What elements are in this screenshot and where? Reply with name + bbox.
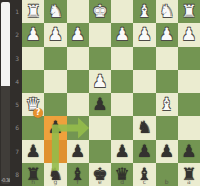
square-f1[interactable] xyxy=(67,0,89,23)
square-f3[interactable] xyxy=(67,47,89,70)
piece-bP[interactable]: ♟ xyxy=(92,96,107,113)
square-e5[interactable]: ♟ xyxy=(89,93,111,116)
piece-bR[interactable]: ♜ xyxy=(181,166,196,183)
square-h1[interactable]: ♜ xyxy=(22,0,44,23)
square-c6[interactable]: ♞ xyxy=(133,116,155,139)
square-f6[interactable] xyxy=(67,116,89,139)
square-e4[interactable]: ♟ xyxy=(89,70,111,93)
square-d8[interactable]: ♛ xyxy=(111,163,133,186)
square-e7[interactable] xyxy=(89,140,111,163)
square-b2[interactable]: ♟ xyxy=(156,23,178,46)
piece-bB[interactable]: ♝ xyxy=(137,166,152,183)
square-c3[interactable] xyxy=(133,47,155,70)
square-h8[interactable]: ♜ xyxy=(22,163,44,186)
square-g1[interactable]: ♞ xyxy=(44,0,66,23)
square-b5[interactable]: ♝ xyxy=(156,93,178,116)
piece-wN[interactable]: ♞ xyxy=(48,3,63,20)
rank-label-7: 7 xyxy=(11,140,21,163)
square-c1[interactable]: ♝ xyxy=(133,0,155,23)
square-a4[interactable] xyxy=(178,70,200,93)
rank-label-5: 5 xyxy=(11,93,21,116)
piece-wK[interactable]: ♚ xyxy=(92,3,107,20)
piece-wN[interactable]: ♞ xyxy=(159,3,174,20)
square-f7[interactable]: ♟ xyxy=(67,140,89,163)
square-g8[interactable]: ♞ xyxy=(44,163,66,186)
piece-wB[interactable]: ♝ xyxy=(159,96,174,113)
piece-bP[interactable]: ♟ xyxy=(70,143,85,160)
square-a7[interactable]: ♟ xyxy=(178,140,200,163)
square-c5[interactable] xyxy=(133,93,155,116)
piece-bP[interactable]: ♟ xyxy=(159,143,174,160)
square-a5[interactable] xyxy=(178,93,200,116)
rank-label-8: 8 xyxy=(11,163,21,186)
square-e8[interactable]: ♚ xyxy=(89,163,111,186)
piece-wP[interactable]: ♟ xyxy=(26,26,41,43)
rank-label-6: 6 xyxy=(11,116,21,139)
square-b7[interactable]: ♟ xyxy=(156,140,178,163)
piece-wP[interactable]: ♟ xyxy=(92,73,107,90)
square-c2[interactable]: ♟ xyxy=(133,23,155,46)
piece-wR[interactable]: ♜ xyxy=(181,3,196,20)
piece-wB[interactable]: ♝ xyxy=(137,3,152,20)
square-d2[interactable]: ♟ xyxy=(111,23,133,46)
piece-wP[interactable]: ♟ xyxy=(181,26,196,43)
square-d6[interactable] xyxy=(111,116,133,139)
square-h7[interactable]: ♟ xyxy=(22,140,44,163)
square-d4[interactable] xyxy=(111,70,133,93)
rank-label-1: 1 xyxy=(11,0,21,23)
square-g2[interactable]: ♟ xyxy=(44,23,66,46)
evaluation-bar: -0.38 xyxy=(1,2,10,184)
square-e1[interactable]: ♚ xyxy=(89,0,111,23)
square-d5[interactable] xyxy=(111,93,133,116)
piece-bP[interactable]: ♟ xyxy=(26,143,41,160)
square-g7[interactable] xyxy=(44,140,66,163)
rank-label-4: 4 xyxy=(11,70,21,93)
square-e2[interactable] xyxy=(89,23,111,46)
square-a3[interactable] xyxy=(178,47,200,70)
square-h4[interactable] xyxy=(22,70,44,93)
piece-bP[interactable]: ♟ xyxy=(48,119,63,136)
rank-coordinates: 12345678 xyxy=(11,0,21,186)
square-g5[interactable] xyxy=(44,93,66,116)
square-a1[interactable]: ♜ xyxy=(178,0,200,23)
square-h2[interactable]: ♟ xyxy=(22,23,44,46)
rank-label-2: 2 xyxy=(11,23,21,46)
piece-bN[interactable]: ♞ xyxy=(137,119,152,136)
piece-bP[interactable]: ♟ xyxy=(115,143,130,160)
square-c8[interactable]: ♝ xyxy=(133,163,155,186)
piece-wP[interactable]: ♟ xyxy=(115,26,130,43)
piece-wR[interactable]: ♜ xyxy=(26,3,41,20)
square-e6[interactable] xyxy=(89,116,111,139)
chess-analysis-board: -0.38 12345678 ♜♞♚♝♞♜♟♟♟♟♟♟♟♟♛♟♝♟♞♟♟♟♟♟♟… xyxy=(0,0,200,186)
piece-wP[interactable]: ♟ xyxy=(159,26,174,43)
square-c7[interactable]: ♟ xyxy=(133,140,155,163)
square-h3[interactable] xyxy=(22,47,44,70)
square-c4[interactable] xyxy=(133,70,155,93)
board-grid: ♜♞♚♝♞♜♟♟♟♟♟♟♟♟♛♟♝♟♞♟♟♟♟♟♟♜♞♝♚♛♝♜ xyxy=(22,0,200,186)
rank-label-3: 3 xyxy=(11,47,21,70)
square-a8[interactable]: ♜ xyxy=(178,163,200,186)
piece-wQ[interactable]: ♛ xyxy=(26,96,41,113)
piece-bR[interactable]: ♜ xyxy=(26,166,41,183)
evaluation-score: -0.38 xyxy=(1,178,10,183)
square-g6[interactable]: ♟ xyxy=(44,116,66,139)
piece-wP[interactable]: ♟ xyxy=(70,26,85,43)
square-b1[interactable]: ♞ xyxy=(156,0,178,23)
square-b3[interactable] xyxy=(156,47,178,70)
square-e3[interactable] xyxy=(89,47,111,70)
square-d7[interactable]: ♟ xyxy=(111,140,133,163)
square-g4[interactable] xyxy=(44,70,66,93)
square-d1[interactable] xyxy=(111,0,133,23)
square-b6[interactable] xyxy=(156,116,178,139)
square-b8[interactable] xyxy=(156,163,178,186)
square-f5[interactable] xyxy=(67,93,89,116)
square-h5[interactable]: ♛ xyxy=(22,93,44,116)
piece-bP[interactable]: ♟ xyxy=(137,143,152,160)
square-f2[interactable]: ♟ xyxy=(67,23,89,46)
square-f4[interactable] xyxy=(67,70,89,93)
square-a2[interactable]: ♟ xyxy=(178,23,200,46)
piece-wP[interactable]: ♟ xyxy=(137,26,152,43)
square-d3[interactable] xyxy=(111,47,133,70)
square-a6[interactable] xyxy=(178,116,200,139)
square-b4[interactable] xyxy=(156,70,178,93)
square-f8[interactable]: ♝ xyxy=(67,163,89,186)
piece-bK[interactable]: ♚ xyxy=(92,166,107,183)
piece-bB[interactable]: ♝ xyxy=(70,166,85,183)
piece-bP[interactable]: ♟ xyxy=(181,143,196,160)
square-h6[interactable] xyxy=(22,116,44,139)
piece-bQ[interactable]: ♛ xyxy=(115,166,130,183)
evaluation-bar-white-section xyxy=(1,2,10,86)
square-g3[interactable] xyxy=(44,47,66,70)
piece-wP[interactable]: ♟ xyxy=(48,26,63,43)
piece-bN[interactable]: ♞ xyxy=(48,166,63,183)
